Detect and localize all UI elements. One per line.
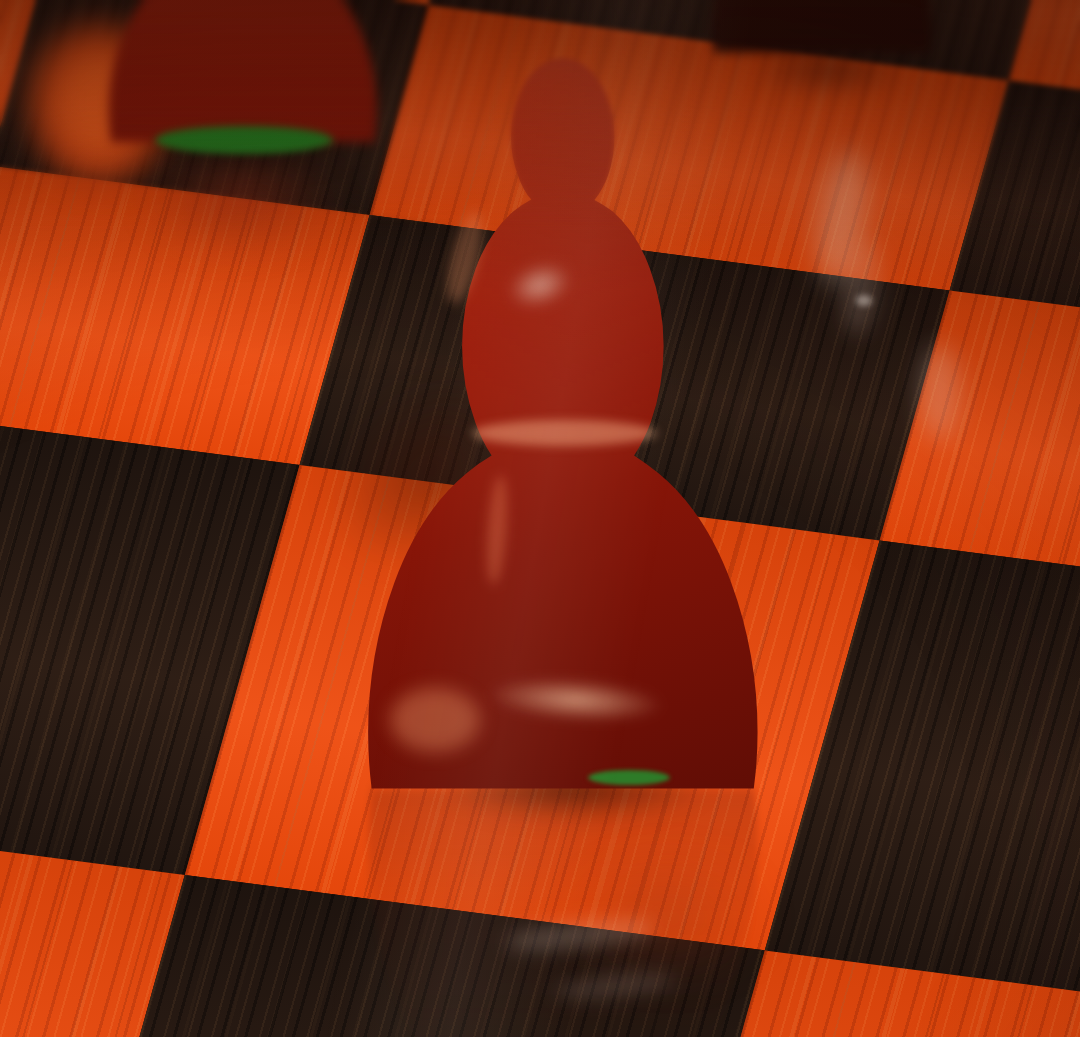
chessboard-macro-photo: ♟ ♟ ♟ ♟ — [0, 0, 1080, 1037]
vignette — [0, 0, 1080, 1037]
